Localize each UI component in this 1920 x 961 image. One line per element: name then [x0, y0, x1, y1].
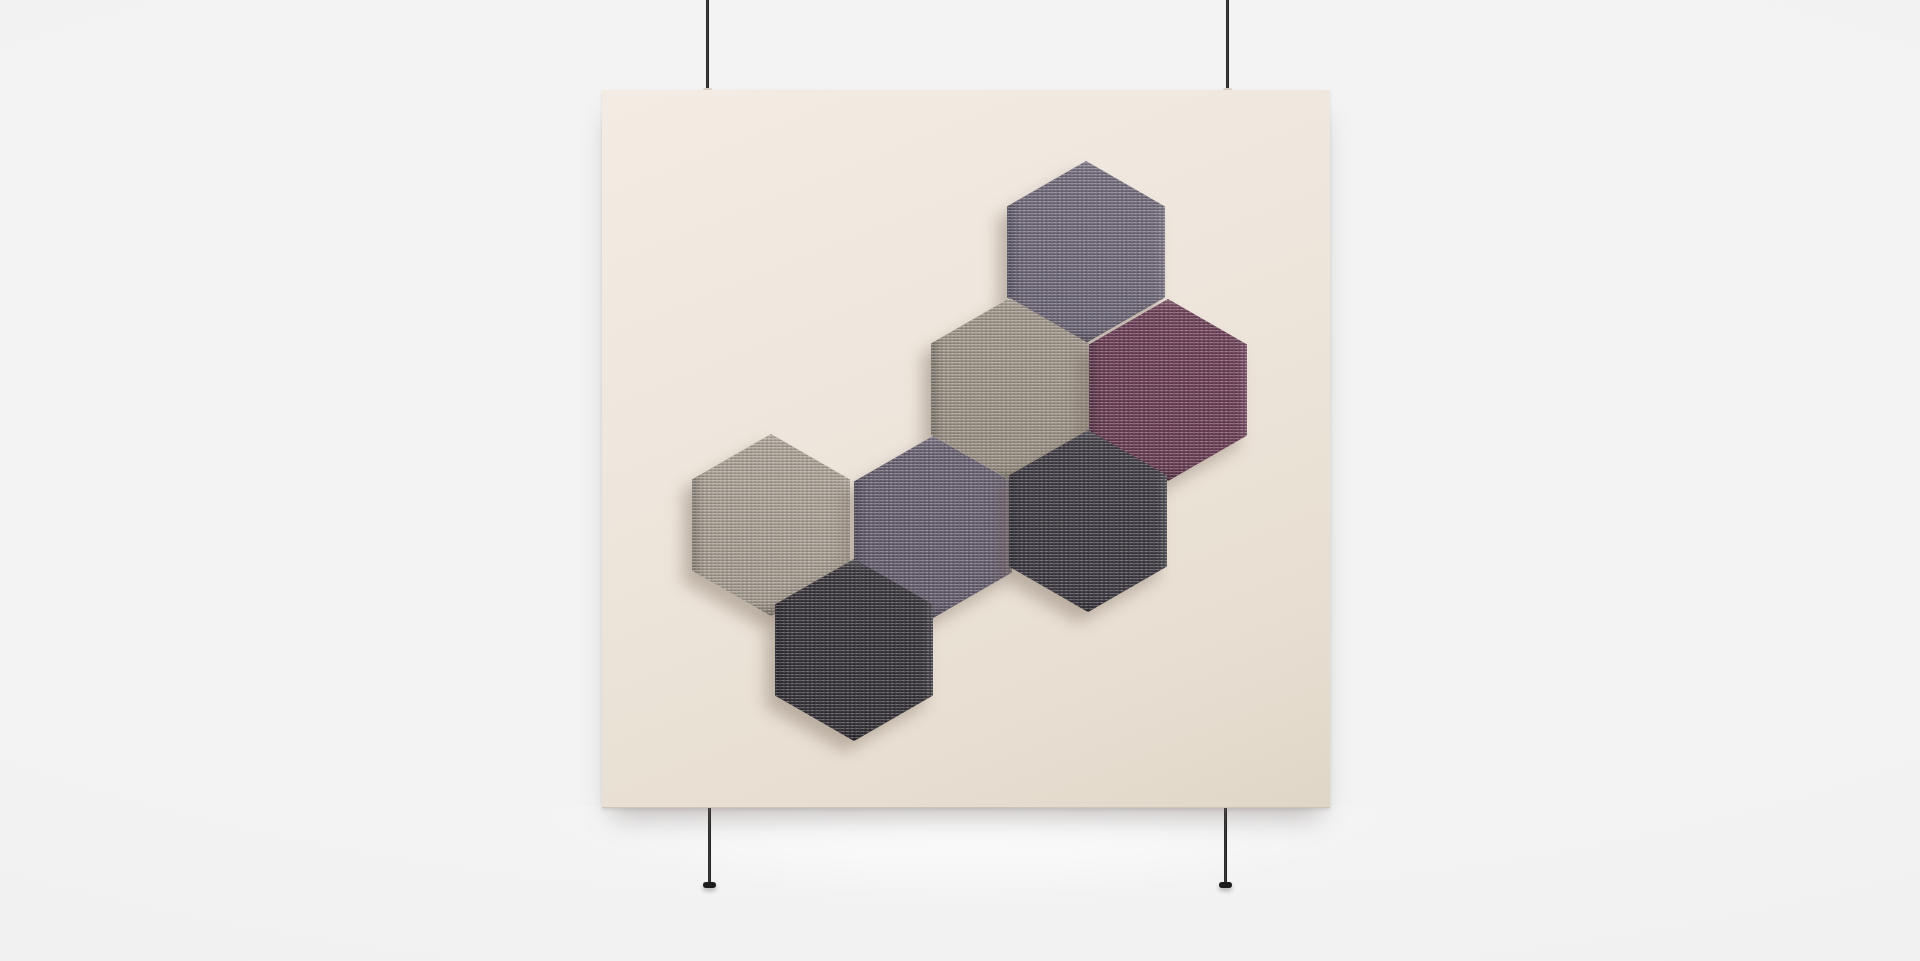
cable-floor-anchor-left: [703, 882, 716, 888]
cable-floor-anchor-right: [1219, 882, 1232, 888]
suspension-cable-top-left: [706, 0, 709, 90]
floor-highlight: [430, 806, 1500, 926]
suspension-cable-bottom-left: [708, 807, 711, 885]
display-panel: [602, 90, 1330, 808]
hex-tile-dark-charcoal: [775, 559, 933, 741]
scene: [0, 0, 1920, 961]
suspension-cable-top-right: [1226, 0, 1229, 90]
hex-tile-face-dark-charcoal: [775, 559, 933, 741]
hex-tile-face-charcoal: [1009, 430, 1167, 612]
hex-tile-charcoal: [1009, 430, 1167, 612]
suspension-cable-bottom-right: [1224, 807, 1227, 885]
